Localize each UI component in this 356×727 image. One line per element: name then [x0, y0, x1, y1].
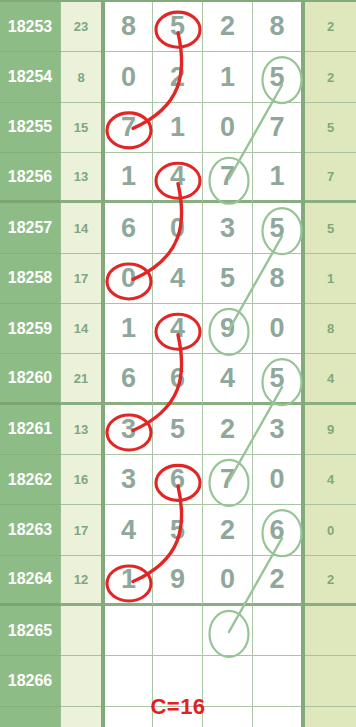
digit-cell: 4: [153, 304, 203, 354]
digit-cell: 7: [105, 103, 153, 153]
digit-cell: 5: [153, 2, 203, 52]
digit-cell: 2: [203, 505, 253, 555]
digit-cell: 8: [253, 254, 301, 304]
digit-cell: 7: [253, 103, 301, 153]
draw-cell: 18266: [0, 656, 61, 706]
digit-cell: 6: [105, 354, 153, 404]
tail-cell: 5: [305, 103, 356, 153]
sum-cell: 8: [61, 52, 101, 102]
digit-cell: 1: [105, 556, 153, 606]
digit-cell: [203, 656, 253, 706]
sum-cell: [61, 707, 101, 727]
digit-cell: 6: [253, 505, 301, 555]
tail-cell: 2: [305, 556, 356, 606]
sum-cell: 21: [61, 354, 101, 404]
chart-grid: 1825323852821825480215218255157107518256…: [0, 2, 356, 727]
digit-cell: 5: [203, 254, 253, 304]
digit-cell: [253, 606, 301, 656]
digit-cell: 0: [105, 52, 153, 102]
digit-cell: [253, 707, 301, 727]
digit-cell: 7: [203, 455, 253, 505]
tail-cell: [305, 606, 356, 656]
digit-cell: 3: [105, 455, 153, 505]
draw-cell: 18258: [0, 254, 61, 304]
sum-cell: 15: [61, 103, 101, 153]
digit-cell: 9: [153, 556, 203, 606]
digit-cell: 4: [153, 254, 203, 304]
digit-cell: 0: [253, 455, 301, 505]
digit-cell: [153, 606, 203, 656]
digit-cell: 5: [253, 354, 301, 404]
tail-cell: 9: [305, 405, 356, 455]
draw-cell: 18261: [0, 405, 61, 455]
digit-cell: 6: [153, 354, 203, 404]
digit-cell: 9: [203, 304, 253, 354]
draw-cell: 18257: [0, 203, 61, 253]
sum-cell: 13: [61, 153, 101, 203]
digit-cell: 5: [153, 505, 203, 555]
tail-cell: 2: [305, 2, 356, 52]
digit-cell: 5: [153, 405, 203, 455]
digit-cell: [153, 656, 203, 706]
digit-cell: 0: [203, 556, 253, 606]
digit-cell: [253, 656, 301, 706]
digit-cell: 4: [203, 354, 253, 404]
digit-cell: 2: [203, 2, 253, 52]
digit-cell: 0: [203, 103, 253, 153]
digit-cell: 4: [153, 153, 203, 203]
draw-cell: 18264: [0, 556, 61, 606]
digit-cell: 4: [105, 505, 153, 555]
digit-cell: 3: [253, 405, 301, 455]
digit-cell: 5: [253, 203, 301, 253]
digit-cell: [105, 656, 153, 706]
sum-cell: 14: [61, 203, 101, 253]
draw-cell: 18263: [0, 505, 61, 555]
sum-cell: 23: [61, 2, 101, 52]
digit-cell: [203, 606, 253, 656]
draw-cell: 18255: [0, 103, 61, 153]
digit-cell: 5: [253, 52, 301, 102]
draw-cell: 18265: [0, 606, 61, 656]
draw-cell: [0, 707, 61, 727]
tail-cell: 5: [305, 203, 356, 253]
digit-cell: [105, 606, 153, 656]
digit-cell: 2: [253, 556, 301, 606]
sum-cell: [61, 656, 101, 706]
draw-cell: 18259: [0, 304, 61, 354]
draw-cell: 18254: [0, 52, 61, 102]
digit-cell: 8: [105, 2, 153, 52]
digit-cell: 6: [153, 455, 203, 505]
digit-cell: 8: [253, 2, 301, 52]
digit-cell: 0: [105, 254, 153, 304]
digit-cell: 1: [105, 153, 153, 203]
draw-cell: 18253: [0, 2, 61, 52]
sum-cell: 13: [61, 405, 101, 455]
digit-cell: 1: [153, 103, 203, 153]
digit-cell: 2: [203, 405, 253, 455]
digit-cell: 6: [105, 203, 153, 253]
sum-cell: [61, 606, 101, 656]
tail-cell: 2: [305, 52, 356, 102]
digit-cell: 1: [105, 304, 153, 354]
sum-cell: 16: [61, 455, 101, 505]
draw-cell: 18260: [0, 354, 61, 404]
digit-cell: 1: [203, 52, 253, 102]
lottery-trend-chart[interactable]: 1825323852821825480215218255157107518256…: [0, 0, 356, 727]
sum-cell: 12: [61, 556, 101, 606]
sum-cell: 17: [61, 254, 101, 304]
tail-cell: 1: [305, 254, 356, 304]
digit-cell: 0: [253, 304, 301, 354]
tail-cell: 4: [305, 354, 356, 404]
tail-cell: 8: [305, 304, 356, 354]
tail-cell: 7: [305, 153, 356, 203]
digit-cell: [153, 707, 203, 727]
sum-cell: 17: [61, 505, 101, 555]
draw-cell: 18262: [0, 455, 61, 505]
digit-cell: [203, 707, 253, 727]
tail-cell: 4: [305, 455, 356, 505]
digit-cell: [105, 707, 153, 727]
digit-cell: 3: [203, 203, 253, 253]
digit-cell: 1: [253, 153, 301, 203]
sum-cell: 14: [61, 304, 101, 354]
draw-cell: 18256: [0, 153, 61, 203]
digit-cell: 0: [153, 203, 203, 253]
digit-cell: 3: [105, 405, 153, 455]
digit-cell: 7: [203, 153, 253, 203]
tail-cell: [305, 707, 356, 727]
tail-cell: 0: [305, 505, 356, 555]
digit-cell: 2: [153, 52, 203, 102]
tail-cell: [305, 656, 356, 706]
